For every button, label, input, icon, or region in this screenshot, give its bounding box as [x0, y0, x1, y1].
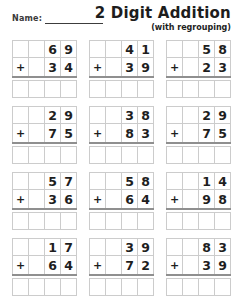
digit-cell: 5	[215, 124, 231, 142]
plus-sign: +	[13, 256, 29, 274]
top-addend-row: 58	[166, 40, 231, 58]
problem-block-12: 83+39	[166, 238, 231, 296]
problem-block-10: 17+64	[12, 238, 77, 296]
empty-cell	[106, 239, 122, 256]
bottom-addend-row: +98	[166, 190, 231, 208]
empty-cell	[29, 41, 45, 58]
digit-cell: 9	[199, 190, 215, 208]
sum-line	[12, 142, 77, 144]
answer-row	[166, 146, 231, 164]
answer-cell[interactable]	[90, 212, 106, 230]
digit-cell: 2	[138, 256, 154, 274]
sum-line	[166, 274, 231, 276]
problem-block-3: 58+23	[166, 40, 231, 98]
top-addend-row: 69	[12, 40, 77, 58]
digit-cell: 8	[215, 190, 231, 208]
answer-cell[interactable]	[215, 212, 231, 230]
empty-cell	[183, 256, 199, 274]
answer-cell[interactable]	[215, 80, 231, 98]
answer-cell[interactable]	[106, 80, 122, 98]
digit-cell: 4	[61, 256, 77, 274]
digit-cell: 9	[138, 58, 154, 76]
answer-cell[interactable]	[167, 212, 183, 230]
answer-cell[interactable]	[183, 212, 199, 230]
answer-cell[interactable]	[106, 278, 122, 296]
answer-cell[interactable]	[90, 80, 106, 98]
bottom-addend-row: +64	[12, 256, 77, 274]
digit-cell: 2	[199, 58, 215, 76]
digit-cell: 1	[199, 173, 215, 190]
sum-line	[12, 208, 77, 210]
digit-cell: 7	[61, 239, 77, 256]
answer-cell[interactable]	[106, 212, 122, 230]
answer-cell[interactable]	[199, 212, 215, 230]
answer-cell[interactable]	[29, 212, 45, 230]
plus-sign: +	[90, 190, 106, 208]
problem-block-5: 38+83	[89, 106, 154, 164]
empty-cell	[106, 190, 122, 208]
bottom-addend-row: +39	[89, 58, 154, 76]
digit-cell: 2	[45, 107, 61, 124]
answer-row	[12, 80, 77, 98]
answer-cell[interactable]	[199, 278, 215, 296]
top-addend-row: 83	[166, 238, 231, 256]
empty-cell	[29, 58, 45, 76]
digit-cell: 3	[122, 107, 138, 124]
plus-sign: +	[167, 124, 183, 142]
answer-cell[interactable]	[45, 278, 61, 296]
sum-line	[12, 274, 77, 276]
bottom-addend-row: +72	[89, 256, 154, 274]
problem-block-11: 39+72	[89, 238, 154, 296]
digit-cell: 5	[45, 173, 61, 190]
digit-cell: 9	[215, 256, 231, 274]
answer-cell[interactable]	[138, 80, 154, 98]
page-title: 2 Digit Addition	[95, 4, 231, 23]
answer-row	[12, 146, 77, 164]
empty-cell	[90, 173, 106, 190]
answer-cell[interactable]	[61, 278, 77, 296]
digit-cell: 5	[61, 124, 77, 142]
answer-cell[interactable]	[61, 146, 77, 164]
digit-cell: 6	[61, 190, 77, 208]
digit-cell: 3	[138, 124, 154, 142]
digit-cell: 4	[122, 41, 138, 58]
sum-line	[89, 76, 154, 78]
top-addend-row: 29	[166, 106, 231, 124]
digit-cell: 2	[199, 107, 215, 124]
empty-cell	[183, 173, 199, 190]
empty-cell	[13, 239, 29, 256]
digit-cell: 5	[199, 41, 215, 58]
digit-cell: 4	[215, 173, 231, 190]
sum-line	[89, 208, 154, 210]
empty-cell	[106, 256, 122, 274]
answer-cell[interactable]	[45, 146, 61, 164]
name-row: Name:	[12, 13, 103, 24]
digit-cell: 6	[122, 190, 138, 208]
answer-row	[166, 278, 231, 296]
plus-sign: +	[90, 124, 106, 142]
problem-block-6: 29+75	[166, 106, 231, 164]
answer-row	[12, 278, 77, 296]
answer-cell[interactable]	[122, 80, 138, 98]
empty-cell	[183, 58, 199, 76]
problem-block-9: 14+98	[166, 172, 231, 230]
digit-cell: 1	[45, 239, 61, 256]
digit-cell: 8	[122, 124, 138, 142]
empty-cell	[183, 124, 199, 142]
empty-cell	[29, 124, 45, 142]
answer-row	[89, 212, 154, 230]
problem-block-1: 69+34	[12, 40, 77, 98]
answer-row	[166, 212, 231, 230]
digit-cell: 4	[138, 190, 154, 208]
plus-sign: +	[167, 190, 183, 208]
bottom-addend-row: +64	[89, 190, 154, 208]
top-addend-row: 58	[89, 172, 154, 190]
digit-cell: 9	[61, 107, 77, 124]
empty-cell	[183, 239, 199, 256]
top-addend-row: 41	[89, 40, 154, 58]
bottom-addend-row: +23	[166, 58, 231, 76]
problem-block-8: 58+64	[89, 172, 154, 230]
plus-sign: +	[167, 256, 183, 274]
empty-cell	[29, 190, 45, 208]
empty-cell	[167, 107, 183, 124]
problem-block-7: 57+36	[12, 172, 77, 230]
empty-cell	[106, 173, 122, 190]
digit-cell: 3	[45, 58, 61, 76]
empty-cell	[183, 107, 199, 124]
sum-line	[166, 76, 231, 78]
answer-cell[interactable]	[45, 80, 61, 98]
answer-cell[interactable]	[90, 278, 106, 296]
digit-cell: 1	[138, 41, 154, 58]
digit-cell: 9	[215, 107, 231, 124]
sum-line	[12, 76, 77, 78]
empty-cell	[29, 173, 45, 190]
top-addend-row: 39	[89, 238, 154, 256]
answer-cell[interactable]	[13, 80, 29, 98]
title-block: 2 Digit Addition (with regrouping)	[95, 4, 231, 32]
answer-row	[12, 212, 77, 230]
sum-line	[89, 274, 154, 276]
empty-cell	[183, 190, 199, 208]
empty-cell	[90, 41, 106, 58]
empty-cell	[13, 107, 29, 124]
answer-cell[interactable]	[167, 80, 183, 98]
digit-cell: 3	[215, 239, 231, 256]
answer-cell[interactable]	[122, 146, 138, 164]
empty-cell	[13, 173, 29, 190]
answer-row	[166, 80, 231, 98]
answer-cell[interactable]	[29, 146, 45, 164]
answer-cell[interactable]	[183, 146, 199, 164]
worksheet-page: Name: 2 Digit Addition (with regrouping)…	[0, 0, 236, 305]
answer-cell[interactable]	[13, 146, 29, 164]
plus-sign: +	[13, 124, 29, 142]
name-label: Name:	[12, 13, 42, 24]
answer-cell[interactable]	[138, 278, 154, 296]
bottom-addend-row: +34	[12, 58, 77, 76]
answer-cell[interactable]	[138, 212, 154, 230]
answer-cell[interactable]	[45, 212, 61, 230]
answer-cell[interactable]	[199, 80, 215, 98]
sum-line	[166, 142, 231, 144]
answer-cell[interactable]	[215, 278, 231, 296]
empty-cell	[167, 173, 183, 190]
digit-cell: 3	[199, 256, 215, 274]
answer-cell[interactable]	[167, 278, 183, 296]
digit-cell: 6	[45, 41, 61, 58]
answer-cell[interactable]	[138, 146, 154, 164]
sum-line	[166, 208, 231, 210]
answer-cell[interactable]	[199, 146, 215, 164]
digit-cell: 6	[45, 256, 61, 274]
answer-cell[interactable]	[29, 80, 45, 98]
empty-cell	[106, 41, 122, 58]
empty-cell	[106, 107, 122, 124]
empty-cell	[183, 41, 199, 58]
digit-cell: 8	[215, 41, 231, 58]
digit-cell: 8	[138, 173, 154, 190]
digit-cell: 3	[122, 239, 138, 256]
sum-line	[89, 142, 154, 144]
digit-cell: 7	[122, 256, 138, 274]
empty-cell	[29, 239, 45, 256]
empty-cell	[29, 107, 45, 124]
answer-cell[interactable]	[29, 278, 45, 296]
plus-sign: +	[13, 58, 29, 76]
answer-row	[89, 80, 154, 98]
top-addend-row: 57	[12, 172, 77, 190]
problems-grid: 69+3441+3958+2329+7538+8329+7557+3658+64…	[12, 40, 231, 296]
answer-cell[interactable]	[215, 146, 231, 164]
plus-sign: +	[167, 58, 183, 76]
top-addend-row: 17	[12, 238, 77, 256]
empty-cell	[106, 58, 122, 76]
digit-cell: 5	[122, 173, 138, 190]
digit-cell: 7	[61, 173, 77, 190]
answer-cell[interactable]	[167, 146, 183, 164]
answer-cell[interactable]	[13, 212, 29, 230]
digit-cell: 3	[45, 190, 61, 208]
top-addend-row: 38	[89, 106, 154, 124]
plus-sign: +	[90, 256, 106, 274]
answer-cell[interactable]	[183, 278, 199, 296]
digit-cell: 7	[45, 124, 61, 142]
bottom-addend-row: +36	[12, 190, 77, 208]
empty-cell	[90, 239, 106, 256]
empty-cell	[106, 124, 122, 142]
empty-cell	[167, 41, 183, 58]
digit-cell: 7	[199, 124, 215, 142]
digit-cell: 8	[199, 239, 215, 256]
answer-row	[89, 146, 154, 164]
answer-cell[interactable]	[183, 80, 199, 98]
plus-sign: +	[13, 190, 29, 208]
empty-cell	[13, 41, 29, 58]
answer-cell[interactable]	[13, 278, 29, 296]
bottom-addend-row: +75	[12, 124, 77, 142]
page-subtitle: (with regrouping)	[95, 23, 231, 32]
answer-cell[interactable]	[61, 212, 77, 230]
answer-cell[interactable]	[61, 80, 77, 98]
empty-cell	[167, 239, 183, 256]
digit-cell: 4	[61, 58, 77, 76]
digit-cell: 3	[215, 58, 231, 76]
problem-block-2: 41+39	[89, 40, 154, 98]
digit-cell: 8	[138, 107, 154, 124]
top-addend-row: 29	[12, 106, 77, 124]
answer-cell[interactable]	[122, 212, 138, 230]
plus-sign: +	[90, 58, 106, 76]
empty-cell	[90, 107, 106, 124]
bottom-addend-row: +39	[166, 256, 231, 274]
bottom-addend-row: +75	[166, 124, 231, 142]
top-addend-row: 14	[166, 172, 231, 190]
digit-cell: 9	[61, 41, 77, 58]
empty-cell	[29, 256, 45, 274]
answer-cell[interactable]	[106, 146, 122, 164]
answer-cell[interactable]	[122, 278, 138, 296]
bottom-addend-row: +83	[89, 124, 154, 142]
answer-cell[interactable]	[90, 146, 106, 164]
digit-cell: 3	[122, 58, 138, 76]
digit-cell: 9	[138, 239, 154, 256]
answer-row	[89, 278, 154, 296]
problem-block-4: 29+75	[12, 106, 77, 164]
